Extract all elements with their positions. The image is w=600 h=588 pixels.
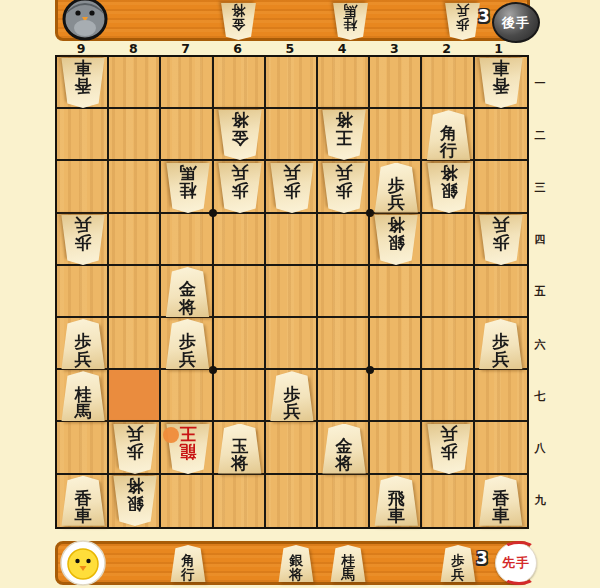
piece-kanji: 銀将	[388, 216, 405, 251]
piece-gote-pawn-14[interactable]: 歩兵	[478, 215, 524, 265]
piece-sente-knight-97[interactable]: 桂馬	[60, 371, 106, 421]
rank-label-9: 九	[531, 493, 549, 508]
square-36[interactable]	[370, 318, 422, 370]
file-label-8: 8	[107, 41, 159, 56]
piece-gote-gold[interactable]: 金将	[220, 3, 257, 40]
piece-kanji: 銀将	[289, 553, 303, 581]
square-12[interactable]	[475, 109, 527, 161]
gote-pawn-count: 3	[478, 6, 490, 26]
piece-kanji: 香車	[75, 490, 92, 525]
piece-kanji: 玉将	[231, 438, 248, 473]
piece-kanji: 桂馬	[341, 553, 355, 581]
file-label-3: 3	[368, 41, 420, 56]
square-77[interactable]	[161, 370, 213, 422]
piece-sente-king-68[interactable]: 玉将	[217, 424, 263, 474]
rank-label-8: 八	[531, 441, 549, 456]
square-59[interactable]	[266, 475, 318, 527]
piece-gote-pawn-28[interactable]: 歩兵	[426, 424, 472, 474]
square-67[interactable]	[214, 370, 266, 422]
piece-sente-gold-48[interactable]: 金将	[321, 424, 367, 474]
file-label-5: 5	[264, 41, 316, 56]
piece-sente-silver[interactable]: 銀将	[278, 545, 315, 582]
rank-label-2: 二	[531, 128, 549, 143]
square-58[interactable]	[266, 422, 318, 474]
piece-sente-pawn[interactable]: 歩兵	[440, 545, 477, 582]
file-label-7: 7	[159, 41, 211, 56]
square-74[interactable]	[161, 214, 213, 266]
square-65[interactable]	[214, 266, 266, 318]
square-15[interactable]	[475, 266, 527, 318]
piece-kanji: 香車	[492, 59, 509, 94]
piece-gote-lance-11[interactable]: 香車	[478, 58, 524, 108]
square-24[interactable]	[422, 214, 474, 266]
square-82[interactable]	[109, 109, 161, 161]
piece-sente-bishop[interactable]: 角行	[170, 545, 207, 582]
rank-label-4: 四	[531, 232, 549, 247]
file-label-2: 2	[420, 41, 472, 56]
rank-label-1: 一	[531, 76, 549, 91]
rank-label-7: 七	[531, 389, 549, 404]
square-55[interactable]	[266, 266, 318, 318]
piece-sente-rook-39[interactable]: 飛車	[373, 476, 419, 526]
square-83[interactable]	[109, 161, 161, 213]
file-label-6: 6	[212, 41, 264, 56]
square-18[interactable]	[475, 422, 527, 474]
piece-kanji: 桂馬	[75, 386, 92, 421]
square-64[interactable]	[214, 214, 266, 266]
square-93[interactable]	[57, 161, 109, 213]
shogi-app: 後手 987654321 一二三四五六七八九 先手 香車香車金将王将角行桂馬歩兵…	[0, 0, 600, 588]
square-84[interactable]	[109, 214, 161, 266]
piece-sente-bishop-22[interactable]: 角行	[426, 110, 472, 160]
square-44[interactable]	[318, 214, 370, 266]
star-point	[366, 366, 374, 374]
piece-gote-knight[interactable]: 桂馬	[332, 3, 369, 40]
square-95[interactable]	[57, 266, 109, 318]
piece-sente-gold-75[interactable]: 金将	[165, 267, 211, 317]
piece-kanji: 歩兵	[75, 216, 92, 251]
square-54[interactable]	[266, 214, 318, 266]
piece-sente-lance-19[interactable]: 香車	[478, 476, 524, 526]
square-41[interactable]	[318, 57, 370, 109]
file-label-9: 9	[55, 41, 107, 56]
square-61[interactable]	[214, 57, 266, 109]
file-label-1: 1	[473, 41, 525, 56]
square-32[interactable]	[370, 109, 422, 161]
last-move-marker	[163, 427, 179, 443]
square-86[interactable]	[109, 318, 161, 370]
sente-player-label: 先手	[502, 554, 530, 572]
rank-label-5: 五	[531, 284, 549, 299]
piece-gote-pawn-88[interactable]: 歩兵	[112, 424, 158, 474]
piece-kanji: 歩兵	[451, 553, 465, 581]
gote-player-badge: 後手	[492, 2, 540, 43]
rank-label-3: 三	[531, 180, 549, 195]
piece-gote-king-42[interactable]: 王将	[321, 110, 367, 160]
piece-gote-pawn-63[interactable]: 歩兵	[217, 163, 263, 213]
square-79[interactable]	[161, 475, 213, 527]
piece-kanji: 歩兵	[231, 164, 248, 199]
piece-kanji: 歩兵	[492, 333, 509, 368]
piece-gote-silver-23[interactable]: 銀将	[426, 163, 472, 213]
rank-label-6: 六	[531, 337, 549, 352]
piece-sente-lance-99[interactable]: 香車	[60, 476, 106, 526]
piece-kanji: 香車	[492, 490, 509, 525]
piece-sente-pawn-96[interactable]: 歩兵	[60, 319, 106, 369]
square-69[interactable]	[214, 475, 266, 527]
piece-gote-gold-62[interactable]: 金将	[217, 110, 263, 160]
piece-gote-silver-89[interactable]: 銀将	[112, 476, 158, 526]
piece-sente-pawn-16[interactable]: 歩兵	[478, 319, 524, 369]
piece-kanji: 銀将	[127, 477, 144, 512]
square-92[interactable]	[57, 109, 109, 161]
square-25[interactable]	[422, 266, 474, 318]
square-21[interactable]	[422, 57, 474, 109]
square-13[interactable]	[475, 161, 527, 213]
square-71[interactable]	[161, 57, 213, 109]
gote-avatar-penguin-icon	[61, 0, 109, 42]
piece-kanji: 王将	[336, 111, 353, 146]
piece-gote-lance-91[interactable]: 香車	[60, 58, 106, 108]
piece-kanji: 金将	[336, 438, 353, 473]
piece-kanji: 飛車	[388, 490, 405, 525]
piece-gote-pawn-94[interactable]: 歩兵	[60, 215, 106, 265]
piece-sente-pawn-76[interactable]: 歩兵	[165, 319, 211, 369]
square-66[interactable]	[214, 318, 266, 370]
piece-kanji: 歩兵	[492, 216, 509, 251]
piece-gote-pawn-43[interactable]: 歩兵	[321, 163, 367, 213]
piece-gote-pawn[interactable]: 歩兵	[444, 3, 481, 40]
square-35[interactable]	[370, 266, 422, 318]
piece-kanji: 角行	[181, 553, 195, 581]
square-45[interactable]	[318, 266, 370, 318]
piece-kanji: 歩兵	[75, 333, 92, 368]
square-37[interactable]	[370, 370, 422, 422]
piece-kanji: 香車	[75, 59, 92, 94]
piece-gote-pawn-53[interactable]: 歩兵	[269, 163, 315, 213]
square-17[interactable]	[475, 370, 527, 422]
square-51[interactable]	[266, 57, 318, 109]
piece-kanji: 歩兵	[455, 4, 469, 32]
square-81[interactable]	[109, 57, 161, 109]
piece-kanji: 歩兵	[127, 425, 144, 460]
square-47[interactable]	[318, 370, 370, 422]
piece-kanji: 歩兵	[179, 333, 196, 368]
piece-kanji: 桂馬	[179, 164, 196, 199]
piece-kanji: 銀将	[440, 164, 457, 199]
square-85[interactable]	[109, 266, 161, 318]
square-87[interactable]	[109, 370, 161, 422]
square-49[interactable]	[318, 475, 370, 527]
square-46[interactable]	[318, 318, 370, 370]
piece-kanji: 金将	[231, 4, 245, 32]
piece-kanji: 桂馬	[343, 4, 357, 32]
gote-player-label: 後手	[502, 14, 530, 32]
piece-kanji: 歩兵	[388, 177, 405, 212]
piece-kanji: 歩兵	[283, 386, 300, 421]
piece-sente-knight[interactable]: 桂馬	[330, 545, 367, 582]
square-72[interactable]	[161, 109, 213, 161]
square-29[interactable]	[422, 475, 474, 527]
square-27[interactable]	[422, 370, 474, 422]
piece-kanji: 角行	[440, 125, 457, 160]
piece-gote-silver-34[interactable]: 銀将	[373, 215, 419, 265]
sente-player-badge: 先手	[495, 542, 537, 584]
piece-kanji: 歩兵	[336, 164, 353, 199]
piece-kanji: 歩兵	[283, 164, 300, 199]
sente-pawn-count: 3	[476, 548, 488, 568]
square-98[interactable]	[57, 422, 109, 474]
file-label-4: 4	[316, 41, 368, 56]
square-26[interactable]	[422, 318, 474, 370]
piece-kanji: 金将	[231, 111, 248, 146]
square-31[interactable]	[370, 57, 422, 109]
piece-sente-pawn-33[interactable]: 歩兵	[373, 163, 419, 213]
sente-avatar-chick-icon	[60, 540, 106, 586]
square-52[interactable]	[266, 109, 318, 161]
piece-gote-knight-73[interactable]: 桂馬	[165, 163, 211, 213]
square-56[interactable]	[266, 318, 318, 370]
piece-kanji: 龍王	[179, 425, 196, 460]
square-38[interactable]	[370, 422, 422, 474]
piece-kanji: 金将	[179, 281, 196, 316]
piece-kanji: 歩兵	[440, 425, 457, 460]
piece-sente-pawn-57[interactable]: 歩兵	[269, 371, 315, 421]
